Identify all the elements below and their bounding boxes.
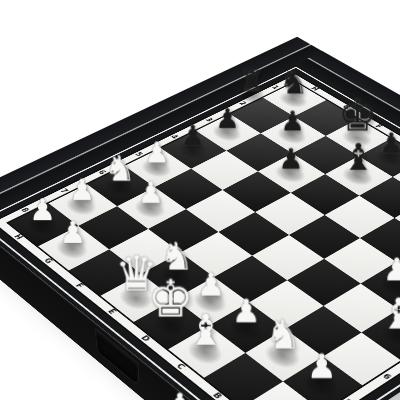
white-pawn-glyph: ♟	[355, 254, 400, 285]
white-pawn-glyph: ♟	[112, 179, 190, 208]
white-pawn-glyph: ♟	[134, 389, 226, 400]
white-bishop-glyph: ♝	[162, 309, 250, 352]
chess-set-photo: HHGGFFEEDDCCBBAA1122334455667788♚♛♝♝♞♞♞♟…	[0, 0, 400, 400]
chess-board: HHGGFFEEDDCCBBAA1122334455667788♚♛♝♝♞♞♞♟…	[0, 73, 400, 400]
white-pawn-glyph: ♟	[32, 218, 113, 248]
white-bishop-glyph: ♝	[356, 293, 400, 335]
black-pawn-glyph: ♟	[256, 107, 330, 135]
black-knight-glyph: ♞	[258, 66, 329, 99]
white-pawn-glyph: ♟	[277, 350, 367, 384]
black-pawn-glyph: ♟	[253, 145, 329, 174]
black-bishop-glyph: ♝	[320, 139, 396, 176]
